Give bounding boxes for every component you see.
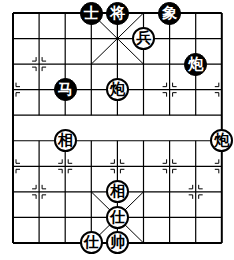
piece-red-cannon-center[interactable]: 炮 [106,78,129,101]
piece-black-horse[interactable]: 马 [54,78,77,101]
piece-black-advisor[interactable]: 士 [80,2,103,25]
piece-red-advisor-back[interactable]: 仕 [80,231,103,254]
piece-red-cannon-edge[interactable]: 炮 [210,129,233,152]
piece-red-advisor-center[interactable]: 仕 [106,206,129,229]
piece-black-cannon[interactable]: 炮 [184,53,207,76]
piece-red-elephant-palace[interactable]: 相 [106,180,129,203]
xiangqi-diagram: 士将象炮马兵炮相炮相仕仕帅 [0,0,234,260]
piece-black-general[interactable]: 将 [106,2,129,25]
piece-red-soldier[interactable]: 兵 [132,27,155,50]
piece-red-general[interactable]: 帅 [106,231,129,254]
piece-red-elephant-river[interactable]: 相 [54,129,77,152]
piece-black-elephant[interactable]: 象 [158,2,181,25]
pieces-layer: 士将象炮马兵炮相炮相仕仕帅 [0,0,234,260]
